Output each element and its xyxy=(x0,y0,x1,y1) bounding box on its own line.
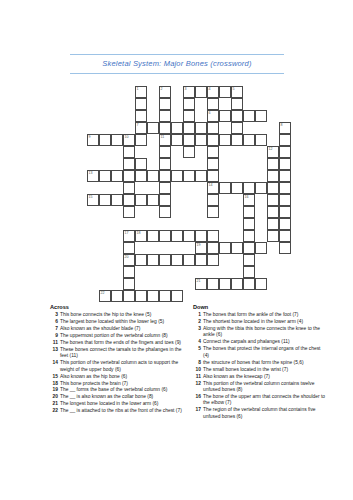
grid-cell-r11c14[interactable] xyxy=(243,206,255,218)
grid-cell-r11c17[interactable] xyxy=(279,206,291,218)
grid-cell-r7c7[interactable] xyxy=(159,158,171,170)
void-cell xyxy=(171,182,183,194)
clue-num: 3 xyxy=(193,326,203,339)
across-clue-21: 21The longest bone located in the lower … xyxy=(50,401,183,407)
grid-cell-r3c15[interactable] xyxy=(255,110,267,122)
grid-cell-r4c17[interactable]: 8 xyxy=(279,122,291,134)
grid-cell-r5c1[interactable]: 9 xyxy=(87,134,99,146)
clue-number-18: 18 xyxy=(137,231,141,235)
grid-cell-r9c14[interactable] xyxy=(243,182,255,194)
void-cell xyxy=(171,158,183,170)
void-cell xyxy=(255,218,267,230)
grid-cell-r11c16[interactable] xyxy=(267,206,279,218)
grid-cell-r4c6[interactable] xyxy=(147,122,159,134)
grid-cell-r13c7[interactable] xyxy=(159,230,171,242)
across-clue-7: 7Also known as the shoulder blade (7) xyxy=(50,326,183,332)
grid-cell-r1c10[interactable] xyxy=(195,86,207,98)
across-clue-18: 18This bone protects the brain (7) xyxy=(50,381,183,387)
down-clue-1: 1The bones that form the ankle of the fo… xyxy=(193,312,326,318)
void-cell xyxy=(219,206,231,218)
void-cell xyxy=(195,266,207,278)
grid-cell-r9c11[interactable]: 14 xyxy=(207,182,219,194)
grid-cell-r4c9[interactable] xyxy=(183,122,195,134)
grid-cell-r12c16[interactable] xyxy=(267,218,279,230)
grid-cell-r18c3[interactable] xyxy=(111,290,123,302)
clue-text: the structure of bones that form the spi… xyxy=(203,360,326,366)
clue-text: The largest bone located within the lowe… xyxy=(60,319,183,325)
clue-number-16: 16 xyxy=(245,195,249,199)
grid-cell-r7c4[interactable] xyxy=(123,158,135,170)
void-cell xyxy=(267,242,279,254)
void-cell xyxy=(99,98,111,110)
grid-cell-r13c6[interactable] xyxy=(147,230,159,242)
grid-cell-r1c13[interactable]: 5 xyxy=(231,86,243,98)
grid-cell-r5c8[interactable] xyxy=(171,134,183,146)
grid-cell-r18c5[interactable] xyxy=(135,290,147,302)
grid-cell-r11c4[interactable] xyxy=(123,206,135,218)
clue-text: The longest bone located in the lower ar… xyxy=(60,401,183,407)
void-cell xyxy=(87,98,99,110)
void-cell xyxy=(207,218,219,230)
void-cell xyxy=(147,158,159,170)
void-cell xyxy=(99,86,111,98)
clue-number-17: 17 xyxy=(125,231,129,235)
clue-number-1: 1 xyxy=(137,87,139,91)
down-heading: Down xyxy=(193,304,326,310)
void-cell xyxy=(183,194,195,206)
void-cell xyxy=(231,158,243,170)
void-cell xyxy=(183,182,195,194)
clue-num: 13 xyxy=(50,347,60,360)
clue-num: 14 xyxy=(50,360,60,373)
grid-cell-r7c16[interactable] xyxy=(267,158,279,170)
grid-cell-r10c14[interactable]: 16 xyxy=(243,194,255,206)
clue-text: This portion of the vertebral column con… xyxy=(203,381,326,394)
clue-num: 12 xyxy=(193,381,203,394)
grid-cell-r17c11[interactable] xyxy=(207,278,219,290)
grid-cell-r8c8[interactable] xyxy=(171,170,183,182)
grid-cell-r6c16[interactable]: 12 xyxy=(267,146,279,158)
grid-cell-r13c16[interactable] xyxy=(267,230,279,242)
grid-cell-r6c9[interactable] xyxy=(183,146,195,158)
grid-cell-r10c4[interactable] xyxy=(123,194,135,206)
clue-text: The uppermost portion of the vertebral c… xyxy=(60,333,183,339)
down-clue-3: 3Along with the tibia this bone connects… xyxy=(193,326,326,339)
grid-cell-r9c7[interactable] xyxy=(159,182,171,194)
grid-cell-r2c5[interactable] xyxy=(135,98,147,110)
grid-cell-r3c7[interactable] xyxy=(159,110,171,122)
grid-cell-r10c6[interactable] xyxy=(147,194,159,206)
void-cell xyxy=(135,278,147,290)
grid-cell-r12c14[interactable] xyxy=(243,218,255,230)
clue-num: 20 xyxy=(50,394,60,400)
grid-cell-r13c11[interactable] xyxy=(207,230,219,242)
void-cell xyxy=(111,122,123,134)
grid-cell-r5c7[interactable]: 11 xyxy=(159,134,171,146)
grid-cell-r5c14[interactable] xyxy=(243,134,255,146)
grid-cell-r6c4[interactable] xyxy=(123,146,135,158)
grid-cell-r5c3[interactable] xyxy=(111,134,123,146)
void-cell xyxy=(87,86,99,98)
grid-cell-r5c2[interactable] xyxy=(99,134,111,146)
void-cell xyxy=(147,86,159,98)
grid-cell-r8c10[interactable] xyxy=(195,170,207,182)
grid-cell-r13c5[interactable]: 18 xyxy=(135,230,147,242)
void-cell xyxy=(255,254,267,266)
clue-number-8: 8 xyxy=(281,123,283,127)
down-clue-12: 12This portion of the vertebral column c… xyxy=(193,381,326,394)
grid-cell-r15c9[interactable] xyxy=(183,254,195,266)
grid-cell-r5c10[interactable] xyxy=(195,134,207,146)
void-cell xyxy=(135,182,147,194)
void-cell xyxy=(147,278,159,290)
void-cell xyxy=(99,230,111,242)
grid-cell-r11c7[interactable] xyxy=(159,206,171,218)
across-clue-6: 6The largest bone located within the low… xyxy=(50,319,183,325)
grid-cell-r11c11[interactable] xyxy=(207,206,219,218)
grid-cell-r5c5[interactable] xyxy=(135,134,147,146)
grid-cell-r9c13[interactable] xyxy=(231,182,243,194)
grid-cell-r18c2[interactable]: 22 xyxy=(99,290,111,302)
grid-cell-r4c7[interactable] xyxy=(159,122,171,134)
grid-cell-r9c4[interactable] xyxy=(123,182,135,194)
clue-number-6: 6 xyxy=(209,111,211,115)
grid-cell-r17c14[interactable] xyxy=(243,278,255,290)
void-cell xyxy=(255,194,267,206)
grid-cell-r3c12[interactable] xyxy=(219,110,231,122)
grid-cell-r10c3[interactable] xyxy=(111,194,123,206)
grid-cell-r17c10[interactable]: 21 xyxy=(195,278,207,290)
void-cell xyxy=(171,98,183,110)
clue-text: These bones connect the tarsals to the p… xyxy=(60,347,183,360)
grid-cell-r4c10[interactable] xyxy=(195,122,207,134)
grid-cell-r6c11[interactable] xyxy=(207,146,219,158)
void-cell xyxy=(171,86,183,98)
clue-text: The bone of the upper arm that connects … xyxy=(203,394,326,407)
void-cell xyxy=(99,110,111,122)
clue-num: 15 xyxy=(50,374,60,380)
clue-text: The bones that protect the internal orga… xyxy=(203,346,326,359)
void-cell xyxy=(147,134,159,146)
grid-cell-r6c17[interactable] xyxy=(279,146,291,158)
grid-cell-r7c11[interactable] xyxy=(207,158,219,170)
grid-cell-r13c14[interactable] xyxy=(243,230,255,242)
grid-cell-r10c7[interactable] xyxy=(159,194,171,206)
void-cell xyxy=(99,122,111,134)
grid-cell-r10c16[interactable] xyxy=(267,194,279,206)
void-cell xyxy=(111,278,123,290)
grid-cell-r17c4[interactable] xyxy=(123,278,135,290)
void-cell xyxy=(195,218,207,230)
void-cell xyxy=(195,290,207,302)
void-cell xyxy=(123,110,135,122)
void-cell xyxy=(231,254,243,266)
void-cell xyxy=(195,182,207,194)
clue-number-22: 22 xyxy=(101,291,105,295)
grid-cell-r8c17[interactable] xyxy=(279,170,291,182)
void-cell xyxy=(111,182,123,194)
clue-num: 5 xyxy=(193,346,203,359)
void-cell xyxy=(219,266,231,278)
clue-text: The __ is also known as the collar bone … xyxy=(60,394,183,400)
grid-cell-r8c3[interactable] xyxy=(111,170,123,182)
grid-cell-r13c10[interactable] xyxy=(195,230,207,242)
grid-cell-r13c9[interactable] xyxy=(183,230,195,242)
grid-cell-r14c14[interactable] xyxy=(243,242,255,254)
across-clue-22: 22The __ is attached to the ribs at the … xyxy=(50,408,183,414)
grid-cell-r10c2[interactable] xyxy=(99,194,111,206)
grid-cell-r10c17[interactable] xyxy=(279,194,291,206)
clue-number-5: 5 xyxy=(233,87,235,91)
void-cell xyxy=(231,194,243,206)
grid-cell-r14c10[interactable]: 19 xyxy=(195,242,207,254)
void-cell xyxy=(231,206,243,218)
grid-cell-r5c12[interactable] xyxy=(219,134,231,146)
grid-cell-r9c15[interactable] xyxy=(255,182,267,194)
grid-cell-r15c6[interactable] xyxy=(147,254,159,266)
grid-cell-r5c9[interactable] xyxy=(183,134,195,146)
clue-text: This bone connects the hip to the knee (… xyxy=(60,312,183,318)
void-cell xyxy=(87,182,99,194)
void-cell xyxy=(111,206,123,218)
down-clue-10: 10The small bones located in the wrist (… xyxy=(193,367,326,373)
void-cell xyxy=(147,98,159,110)
down-clue-2: 2The shortest bone located in the lower … xyxy=(193,319,326,325)
grid-cell-r2c7[interactable] xyxy=(159,98,171,110)
grid-cell-r5c17[interactable] xyxy=(279,134,291,146)
grid-cell-r10c1[interactable]: 15 xyxy=(87,194,99,206)
grid-cell-r14c17[interactable] xyxy=(279,242,291,254)
void-cell xyxy=(267,86,279,98)
void-cell xyxy=(99,158,111,170)
grid-cell-r3c5[interactable] xyxy=(135,110,147,122)
grid-cell-r13c4[interactable]: 17 xyxy=(123,230,135,242)
grid-cell-r17c12[interactable] xyxy=(219,278,231,290)
void-cell xyxy=(171,194,183,206)
grid-cell-r14c4[interactable] xyxy=(123,242,135,254)
void-cell xyxy=(219,230,231,242)
grid-cell-r13c8[interactable] xyxy=(171,230,183,242)
grid-cell-r8c16[interactable] xyxy=(267,170,279,182)
void-cell xyxy=(195,110,207,122)
clue-num: 19 xyxy=(50,387,60,393)
grid-cell-r3c11[interactable]: 6 xyxy=(207,110,219,122)
clue-text: This portion of the vertebral column act… xyxy=(60,360,183,373)
void-cell xyxy=(183,158,195,170)
grid-cell-r8c6[interactable] xyxy=(147,170,159,182)
void-cell xyxy=(111,110,123,122)
void-cell xyxy=(243,146,255,158)
grid-cell-r2c13[interactable] xyxy=(231,98,243,110)
void-cell xyxy=(147,182,159,194)
grid-cell-r15c11[interactable] xyxy=(207,254,219,266)
clue-number-3: 3 xyxy=(185,87,187,91)
grid-cell-r9c12[interactable] xyxy=(219,182,231,194)
clue-number-13: 13 xyxy=(89,171,93,175)
void-cell xyxy=(159,218,171,230)
grid-cell-r9c17[interactable] xyxy=(279,182,291,194)
clue-text: Connect the carpals and phalanges (11) xyxy=(203,339,326,345)
void-cell xyxy=(111,98,123,110)
grid-cell-r13c17[interactable] xyxy=(279,230,291,242)
void-cell xyxy=(279,110,291,122)
across-clue-9: 9The uppermost portion of the vertebral … xyxy=(50,333,183,339)
void-cell xyxy=(183,278,195,290)
void-cell xyxy=(255,206,267,218)
grid-cell-r15c4[interactable]: 20 xyxy=(123,254,135,266)
void-cell xyxy=(267,290,279,302)
grid-cell-r4c11[interactable] xyxy=(207,122,219,134)
grid-cell-r15c5[interactable] xyxy=(135,254,147,266)
grid-cell-r18c8[interactable] xyxy=(171,290,183,302)
grid-cell-r17c13[interactable] xyxy=(231,278,243,290)
void-cell xyxy=(171,278,183,290)
void-cell xyxy=(99,182,111,194)
void-cell xyxy=(111,254,123,266)
grid-cell-r18c4[interactable] xyxy=(123,290,135,302)
void-cell xyxy=(87,242,99,254)
grid-cell-r1c11[interactable]: 4 xyxy=(207,86,219,98)
void-cell xyxy=(243,170,255,182)
grid-cell-r8c5[interactable] xyxy=(135,170,147,182)
grid-cell-r15c14[interactable] xyxy=(243,254,255,266)
clue-num: 9 xyxy=(50,333,60,339)
void-cell xyxy=(171,266,183,278)
grid-cell-r18c6[interactable] xyxy=(147,290,159,302)
down-clue-11: 11Also known as the kneecap (7) xyxy=(193,374,326,380)
grid-cell-r1c5[interactable]: 1 xyxy=(135,86,147,98)
grid-cell-r14c13[interactable] xyxy=(231,242,243,254)
void-cell xyxy=(147,110,159,122)
clue-num: 11 xyxy=(193,374,203,380)
grid-cell-r14c15[interactable] xyxy=(255,242,267,254)
void-cell xyxy=(111,86,123,98)
void-cell xyxy=(231,266,243,278)
grid-cell-r14c12[interactable] xyxy=(219,242,231,254)
across-clue-13: 13These bones connect the tarsals to the… xyxy=(50,347,183,360)
void-cell xyxy=(135,206,147,218)
grid-cell-r18c7[interactable] xyxy=(159,290,171,302)
grid-cell-r8c4[interactable] xyxy=(123,170,135,182)
grid-cell-r8c9[interactable] xyxy=(183,170,195,182)
void-cell xyxy=(183,242,195,254)
void-cell xyxy=(195,98,207,110)
clue-text: The __ is attached to the ribs at the fr… xyxy=(60,408,183,414)
crossword-grid: 12345678910111213141516171819202122 xyxy=(87,86,291,302)
void-cell xyxy=(195,146,207,158)
clue-num: 17 xyxy=(193,407,203,420)
void-cell xyxy=(147,206,159,218)
void-cell xyxy=(255,122,267,134)
grid-cell-r5c4[interactable]: 10 xyxy=(123,134,135,146)
grid-cell-r1c12[interactable] xyxy=(219,86,231,98)
grid-cell-r8c11[interactable] xyxy=(207,170,219,182)
clue-num: 21 xyxy=(50,401,60,407)
grid-cell-r15c7[interactable] xyxy=(159,254,171,266)
grid-cell-r8c1[interactable]: 13 xyxy=(87,170,99,182)
void-cell xyxy=(87,110,99,122)
clue-text: The __ forms the base of the vertebral c… xyxy=(60,387,183,393)
clue-num: 11 xyxy=(50,340,60,346)
void-cell xyxy=(279,254,291,266)
grid-cell-r2c9[interactable] xyxy=(183,98,195,110)
void-cell xyxy=(135,266,147,278)
clue-text: The bones that form the ankle of the foo… xyxy=(203,312,326,318)
grid-cell-r5c11[interactable] xyxy=(207,134,219,146)
void-cell xyxy=(255,98,267,110)
void-cell xyxy=(147,218,159,230)
grid-cell-r10c5[interactable] xyxy=(135,194,147,206)
void-cell xyxy=(159,242,171,254)
clue-number-12: 12 xyxy=(269,147,273,151)
void-cell xyxy=(279,290,291,302)
grid-cell-r5c13[interactable] xyxy=(231,134,243,146)
grid-cell-r1c7[interactable]: 2 xyxy=(159,86,171,98)
void-cell xyxy=(99,146,111,158)
grid-cell-r5c15[interactable] xyxy=(255,134,267,146)
grid-cell-r4c8[interactable] xyxy=(171,122,183,134)
void-cell xyxy=(255,146,267,158)
void-cell xyxy=(255,266,267,278)
grid-cell-r3c9[interactable] xyxy=(183,110,195,122)
grid-cell-r4c13[interactable] xyxy=(231,122,243,134)
grid-cell-r2c11[interactable] xyxy=(207,98,219,110)
clue-text: The small bones located in the wrist (7) xyxy=(203,367,326,373)
grid-cell-r1c9[interactable]: 3 xyxy=(183,86,195,98)
clue-number-4: 4 xyxy=(209,87,211,91)
void-cell xyxy=(267,122,279,134)
clue-text: The bones that form the ends of the fing… xyxy=(60,340,183,346)
void-cell xyxy=(135,242,147,254)
void-cell xyxy=(171,110,183,122)
void-cell xyxy=(135,146,147,158)
grid-cell-r9c16[interactable] xyxy=(267,182,279,194)
grid-cell-r10c11[interactable] xyxy=(207,194,219,206)
void-cell xyxy=(171,218,183,230)
void-cell xyxy=(171,146,183,158)
grid-cell-r7c17[interactable] xyxy=(279,158,291,170)
grid-cell-r15c8[interactable] xyxy=(171,254,183,266)
clue-num: 6 xyxy=(50,319,60,325)
grid-cell-r4c5[interactable]: 7 xyxy=(135,122,147,134)
void-cell xyxy=(87,266,99,278)
grid-cell-r16c14[interactable] xyxy=(243,266,255,278)
grid-cell-r8c7[interactable] xyxy=(159,170,171,182)
grid-cell-r7c5[interactable] xyxy=(135,158,147,170)
down-clues: Down 1The bones that form the ankle of t… xyxy=(193,304,326,421)
grid-cell-r17c15[interactable] xyxy=(255,278,267,290)
void-cell xyxy=(171,206,183,218)
grid-cell-r8c2[interactable] xyxy=(99,170,111,182)
grid-cell-r16c4[interactable] xyxy=(123,266,135,278)
grid-cell-r6c7[interactable] xyxy=(159,146,171,158)
void-cell xyxy=(111,218,123,230)
void-cell xyxy=(123,98,135,110)
grid-cell-r3c14[interactable] xyxy=(243,110,255,122)
grid-cell-r12c17[interactable] xyxy=(279,218,291,230)
void-cell xyxy=(87,206,99,218)
void-cell xyxy=(279,278,291,290)
grid-cell-r14c11[interactable] xyxy=(207,242,219,254)
grid-cell-r3c13[interactable] xyxy=(231,110,243,122)
grid-cell-r15c10[interactable] xyxy=(195,254,207,266)
void-cell xyxy=(87,254,99,266)
void-cell xyxy=(231,218,243,230)
void-cell xyxy=(87,278,99,290)
void-cell xyxy=(255,170,267,182)
void-cell xyxy=(219,290,231,302)
void-cell xyxy=(183,266,195,278)
